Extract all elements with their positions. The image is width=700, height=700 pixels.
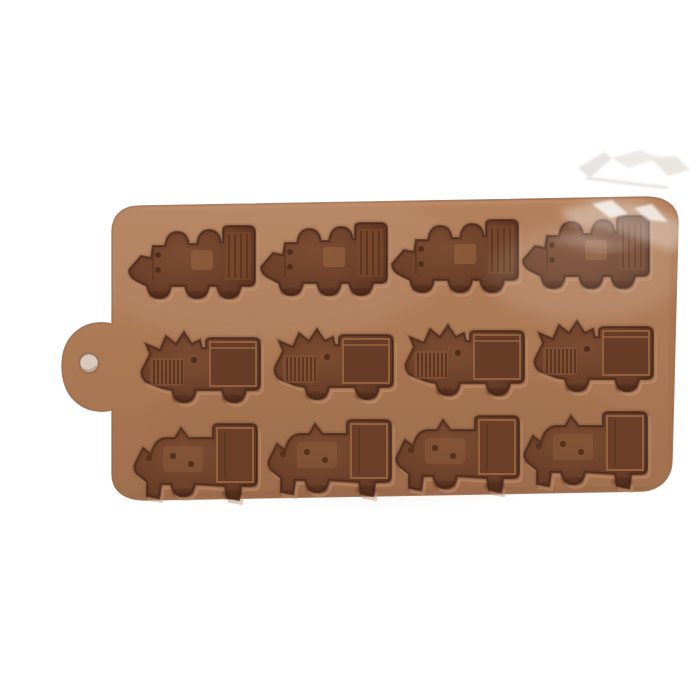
photo-background [0, 0, 700, 700]
hanging-tab [79, 353, 99, 373]
chocolate-mold-photo [0, 0, 700, 700]
